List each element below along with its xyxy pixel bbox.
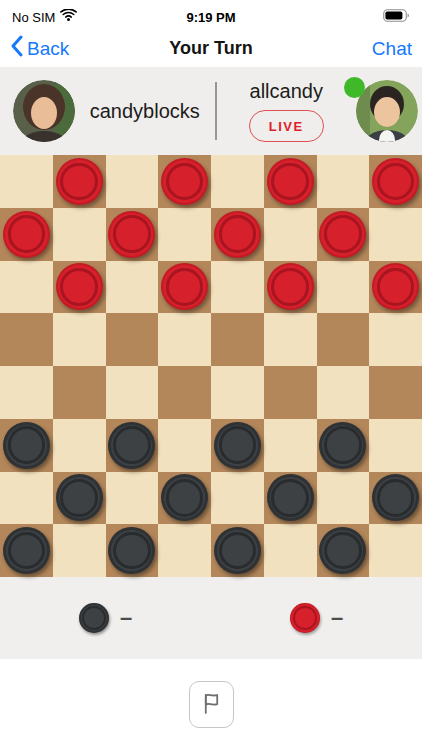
avatar-right[interactable] [356, 80, 418, 142]
checkers-board [0, 155, 422, 577]
square-r5-c7 [369, 419, 422, 472]
square-r6-c6 [317, 472, 370, 525]
square-r7-c3 [158, 524, 211, 577]
back-label: Back [27, 38, 69, 60]
square-r2-c1[interactable] [53, 261, 106, 314]
checker-red[interactable] [56, 263, 103, 310]
square-r1-c6[interactable] [317, 208, 370, 261]
square-r7-c1 [53, 524, 106, 577]
checker-red[interactable] [161, 158, 208, 205]
square-r2-c3[interactable] [158, 261, 211, 314]
square-r6-c0 [0, 472, 53, 525]
player-bar: candyblocks allcandy LIVE [0, 67, 422, 155]
live-badge[interactable]: LIVE [249, 110, 324, 142]
square-r7-c4[interactable] [211, 524, 264, 577]
square-r6-c5[interactable] [264, 472, 317, 525]
checker-red[interactable] [267, 263, 314, 310]
square-r0-c2 [106, 155, 159, 208]
square-r3-c0[interactable] [0, 313, 53, 366]
player-name-left: candyblocks [90, 100, 200, 122]
avatar-left[interactable] [13, 80, 75, 142]
captured-dark-piece-icon [79, 603, 109, 633]
square-r4-c7[interactable] [369, 366, 422, 419]
chevron-left-icon [10, 35, 23, 62]
square-r0-c6 [317, 155, 370, 208]
square-r5-c4[interactable] [211, 419, 264, 472]
checker-dark[interactable] [3, 422, 50, 469]
checker-dark[interactable] [3, 527, 50, 574]
square-r3-c2[interactable] [106, 313, 159, 366]
checker-red[interactable] [161, 263, 208, 310]
square-r3-c6[interactable] [317, 313, 370, 366]
square-r2-c5[interactable] [264, 261, 317, 314]
square-r4-c6 [317, 366, 370, 419]
square-r1-c3 [158, 208, 211, 261]
checker-red[interactable] [267, 158, 314, 205]
square-r5-c2[interactable] [106, 419, 159, 472]
checker-dark[interactable] [372, 474, 419, 521]
square-r5-c5 [264, 419, 317, 472]
captured-red-count: – [331, 607, 343, 629]
square-r4-c2 [106, 366, 159, 419]
checker-dark[interactable] [56, 474, 103, 521]
checker-dark[interactable] [108, 422, 155, 469]
captured-dark-group: – [0, 577, 211, 659]
checker-dark[interactable] [161, 474, 208, 521]
battery-icon [383, 8, 410, 26]
square-r4-c3[interactable] [158, 366, 211, 419]
status-bar: No SIM 9:19 PM [0, 0, 422, 30]
square-r3-c3 [158, 313, 211, 366]
square-r3-c1 [53, 313, 106, 366]
square-r5-c0[interactable] [0, 419, 53, 472]
chat-label: Chat [372, 38, 412, 60]
square-r1-c5 [264, 208, 317, 261]
square-r1-c1 [53, 208, 106, 261]
page-title: Your Turn [169, 38, 252, 59]
square-r4-c5[interactable] [264, 366, 317, 419]
square-r0-c0 [0, 155, 53, 208]
square-r3-c7 [369, 313, 422, 366]
square-r2-c2 [106, 261, 159, 314]
square-r0-c7[interactable] [369, 155, 422, 208]
captured-dark-count: – [120, 607, 132, 629]
checker-red[interactable] [108, 211, 155, 258]
square-r6-c7[interactable] [369, 472, 422, 525]
chat-button[interactable]: Chat [372, 38, 412, 60]
checker-dark[interactable] [319, 527, 366, 574]
square-r7-c0[interactable] [0, 524, 53, 577]
square-r4-c0 [0, 366, 53, 419]
checker-dark[interactable] [319, 422, 366, 469]
checker-dark[interactable] [108, 527, 155, 574]
checker-red[interactable] [3, 211, 50, 258]
checker-red[interactable] [214, 211, 261, 258]
square-r0-c3[interactable] [158, 155, 211, 208]
square-r0-c4 [211, 155, 264, 208]
player-name-right: allcandy [250, 80, 323, 103]
square-r5-c1 [53, 419, 106, 472]
captured-tray: – – [0, 577, 422, 659]
footer [0, 659, 422, 750]
square-r0-c1[interactable] [53, 155, 106, 208]
checker-red[interactable] [372, 263, 419, 310]
carrier-label: No SIM [12, 10, 55, 25]
checker-red[interactable] [319, 211, 366, 258]
square-r1-c7 [369, 208, 422, 261]
square-r5-c3 [158, 419, 211, 472]
checker-red[interactable] [372, 158, 419, 205]
square-r6-c3[interactable] [158, 472, 211, 525]
checker-dark[interactable] [214, 422, 261, 469]
square-r6-c4 [211, 472, 264, 525]
square-r3-c5 [264, 313, 317, 366]
square-r2-c0 [0, 261, 53, 314]
square-r7-c7 [369, 524, 422, 577]
resign-flag-button[interactable] [189, 681, 234, 728]
square-r4-c4 [211, 366, 264, 419]
checker-dark[interactable] [214, 527, 261, 574]
square-r6-c2 [106, 472, 159, 525]
app-screen: No SIM 9:19 PM [0, 0, 422, 750]
nav-bar: Back Your Turn Chat [0, 30, 422, 67]
live-label: LIVE [269, 119, 304, 134]
square-r2-c7[interactable] [369, 261, 422, 314]
square-r1-c0[interactable] [0, 208, 53, 261]
wifi-icon [60, 8, 77, 26]
checker-red[interactable] [56, 158, 103, 205]
checker-dark[interactable] [267, 474, 314, 521]
square-r6-c1[interactable] [53, 472, 106, 525]
square-r3-c4[interactable] [211, 313, 264, 366]
square-r2-c6 [317, 261, 370, 314]
captured-red-group: – [211, 577, 422, 659]
clock: 9:19 PM [186, 10, 235, 25]
square-r7-c6[interactable] [317, 524, 370, 577]
square-r2-c4 [211, 261, 264, 314]
square-r7-c2[interactable] [106, 524, 159, 577]
square-r4-c1[interactable] [53, 366, 106, 419]
square-r7-c5 [264, 524, 317, 577]
square-r5-c6[interactable] [317, 419, 370, 472]
square-r1-c4[interactable] [211, 208, 264, 261]
back-button[interactable]: Back [10, 35, 69, 62]
square-r0-c5[interactable] [264, 155, 317, 208]
online-status-dot [344, 77, 365, 98]
flag-icon [199, 690, 224, 719]
square-r1-c2[interactable] [106, 208, 159, 261]
captured-red-piece-icon [290, 603, 320, 633]
